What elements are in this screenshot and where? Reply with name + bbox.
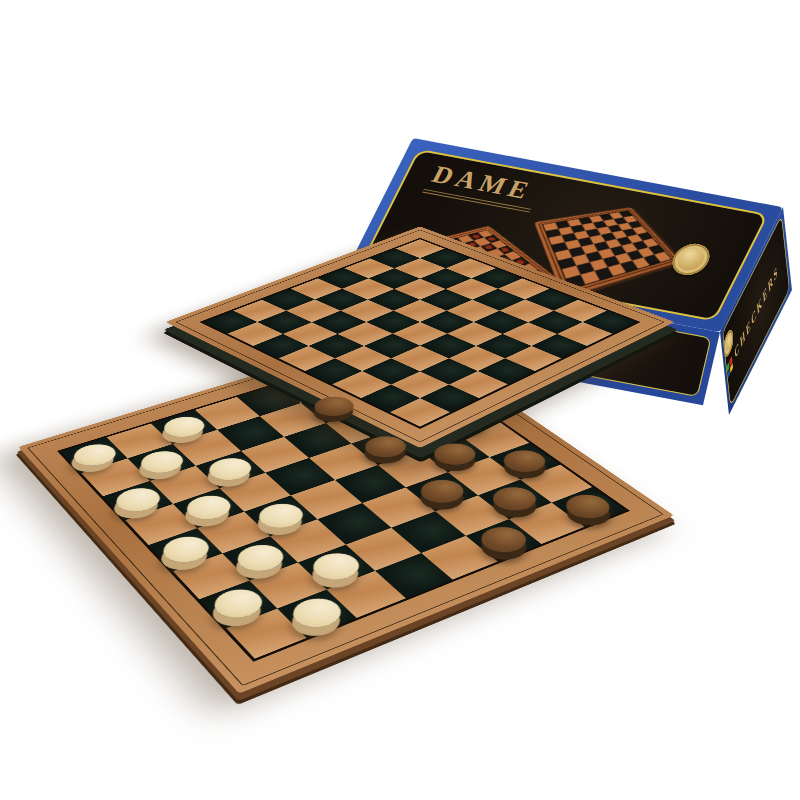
product-photo-scene: DAME CHECKERS <box>0 0 800 800</box>
philos-logo-icon <box>726 356 733 379</box>
